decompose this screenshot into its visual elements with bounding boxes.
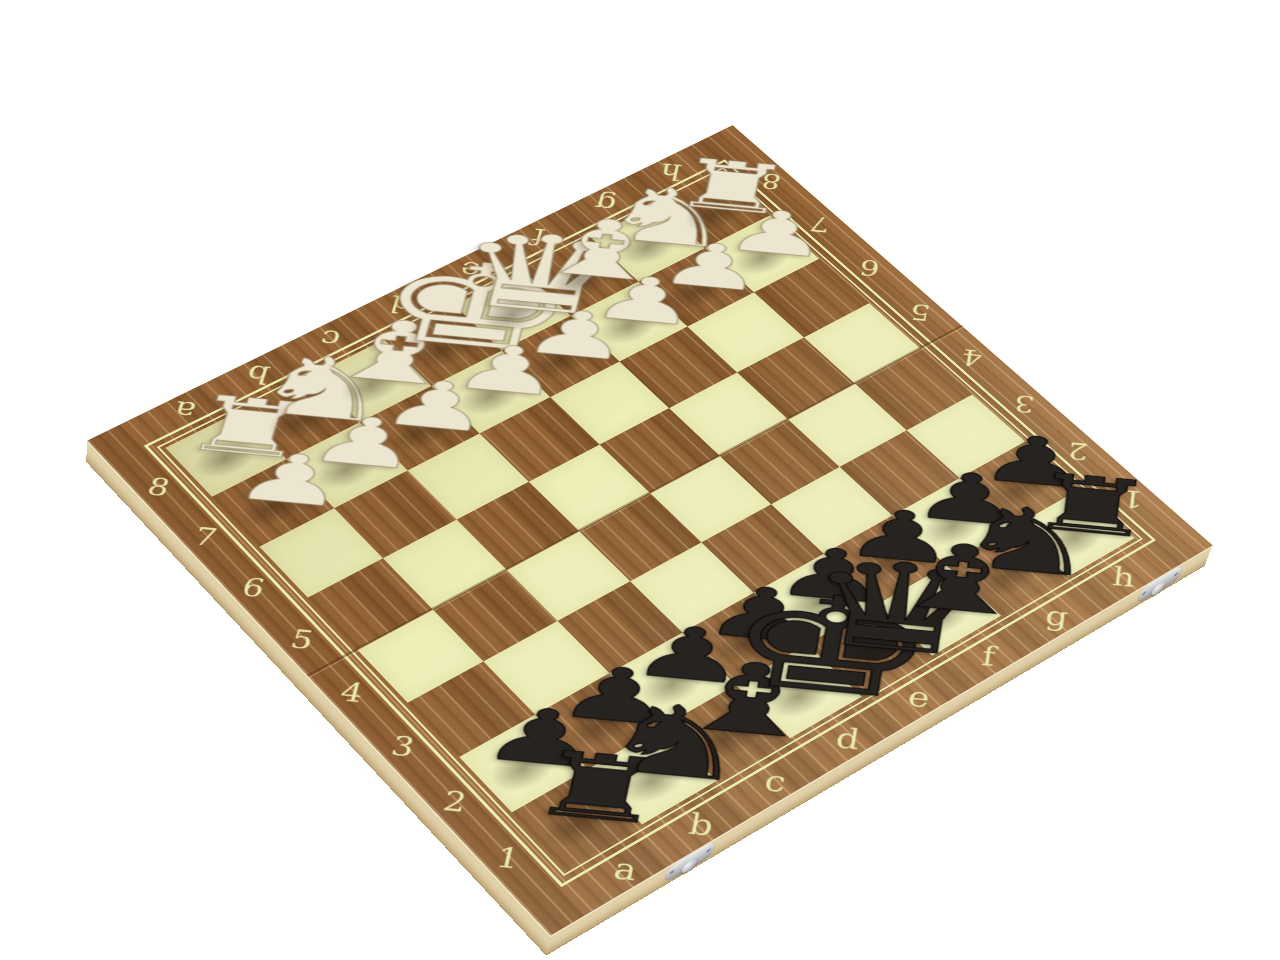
rank-label-left-4: 4 — [337, 676, 367, 708]
file-label-near-c: c — [762, 764, 789, 799]
rank-label-left-7: 7 — [190, 522, 220, 552]
rank-label-right-5: 5 — [908, 299, 932, 326]
rank-label-right-4: 4 — [960, 344, 984, 372]
file-label-near-a: a — [611, 851, 641, 887]
clasp-left — [664, 839, 716, 883]
file-label-near-b: b — [686, 807, 716, 843]
rank-label-left-6: 6 — [238, 572, 268, 603]
rank-label-right-6: 6 — [858, 254, 882, 281]
file-label-near-h: h — [1111, 561, 1137, 593]
file-label-near-d: d — [833, 721, 862, 756]
file-label-near-f: f — [980, 640, 998, 672]
rank-label-right-3: 3 — [1012, 390, 1036, 418]
file-label-near-g: g — [1044, 600, 1071, 633]
rank-label-left-8: 8 — [144, 472, 174, 502]
rank-label-left-5: 5 — [287, 624, 317, 656]
file-label-near-e: e — [906, 680, 932, 714]
rank-label-left-1: 1 — [493, 841, 523, 876]
chess-board: aabbccddeeffgghh1122334455667788 ♜♞♝♚♛♝♞… — [87, 125, 1212, 935]
rank-label-left-2: 2 — [440, 785, 470, 819]
clasp-right — [1136, 564, 1184, 604]
product-photo-stage: aabbccddeeffgghh1122334455667788 ♜♞♝♚♛♝♞… — [0, 0, 1280, 960]
rank-label-left-3: 3 — [388, 730, 418, 763]
